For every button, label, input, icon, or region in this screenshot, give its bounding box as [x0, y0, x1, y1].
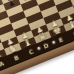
chess-board: ♜♞♝♛♚♝♞♜♟♟♟♟♟♟♟♟♟♟♟♟♟♟♟♟♜♞♝♛♚♝♞♜ ABCDEFG…: [0, 0, 74, 74]
chess-set-photo: ♜♞♝♛♚♝♞♜♟♟♟♟♟♟♟♟♟♟♟♟♟♟♟♟♜♞♝♛♚♝♞♜ ABCDEFG…: [0, 0, 74, 74]
